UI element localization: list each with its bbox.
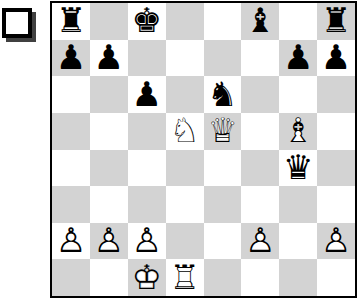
square-h8[interactable]: ♜ [317, 3, 355, 40]
piece-glyph: ♟ [131, 77, 161, 111]
square-f5[interactable] [241, 113, 279, 150]
square-h7[interactable]: ♟ [317, 40, 355, 77]
piece-glyph: ♝ [245, 4, 275, 38]
piece-white-pawn[interactable]: ♟♙ [52, 223, 90, 260]
white-to-move-indicator [2, 8, 32, 38]
square-g5[interactable]: ♝♗ [279, 113, 317, 150]
piece-black-pawn[interactable]: ♟ [52, 40, 90, 77]
square-h2[interactable]: ♟♙ [317, 223, 355, 260]
piece-glyph: ♖ [169, 260, 199, 294]
piece-black-rook[interactable]: ♜ [317, 3, 355, 40]
square-g6[interactable] [279, 76, 317, 113]
piece-black-rook[interactable]: ♜ [52, 3, 90, 40]
piece-white-pawn[interactable]: ♟♙ [90, 223, 128, 260]
square-b1[interactable] [90, 259, 128, 296]
square-d3[interactable] [166, 186, 204, 223]
piece-glyph: ♕ [207, 114, 237, 148]
square-c1[interactable]: ♚♔ [128, 259, 166, 296]
square-h5[interactable] [317, 113, 355, 150]
square-f4[interactable] [241, 150, 279, 187]
piece-glyph: ♟ [283, 40, 313, 74]
square-g2[interactable] [279, 223, 317, 260]
piece-glyph: ♙ [245, 223, 275, 257]
piece-glyph: ♙ [56, 223, 86, 257]
piece-black-pawn[interactable]: ♟ [317, 40, 355, 77]
piece-glyph: ♙ [131, 223, 161, 257]
piece-black-pawn[interactable]: ♟ [128, 76, 166, 113]
piece-glyph: ♔ [131, 260, 161, 294]
square-a8[interactable]: ♜ [52, 3, 90, 40]
square-e6[interactable]: ♞ [204, 76, 242, 113]
square-a1[interactable] [52, 259, 90, 296]
piece-glyph: ♜ [321, 4, 351, 38]
square-f2[interactable]: ♟♙ [241, 223, 279, 260]
square-a3[interactable] [52, 186, 90, 223]
square-d5[interactable]: ♞♘ [166, 113, 204, 150]
square-d7[interactable] [166, 40, 204, 77]
square-e7[interactable] [204, 40, 242, 77]
piece-black-pawn[interactable]: ♟ [279, 40, 317, 77]
square-f1[interactable] [241, 259, 279, 296]
square-g3[interactable] [279, 186, 317, 223]
piece-glyph: ♞ [207, 77, 237, 111]
square-a2[interactable]: ♟♙ [52, 223, 90, 260]
square-c4[interactable] [128, 150, 166, 187]
piece-glyph: ♘ [169, 114, 199, 148]
square-b2[interactable]: ♟♙ [90, 223, 128, 260]
square-c6[interactable]: ♟ [128, 76, 166, 113]
piece-black-pawn[interactable]: ♟ [90, 40, 128, 77]
square-e3[interactable] [204, 186, 242, 223]
piece-glyph: ♜ [56, 4, 86, 38]
square-f3[interactable] [241, 186, 279, 223]
square-g1[interactable] [279, 259, 317, 296]
piece-glyph: ♟ [56, 40, 86, 74]
piece-white-knight[interactable]: ♞♘ [166, 113, 204, 150]
square-h1[interactable] [317, 259, 355, 296]
square-g4[interactable]: ♛ [279, 150, 317, 187]
piece-glyph: ♟ [321, 40, 351, 74]
square-h6[interactable] [317, 76, 355, 113]
square-a6[interactable] [52, 76, 90, 113]
square-c3[interactable] [128, 186, 166, 223]
square-a4[interactable] [52, 150, 90, 187]
square-b8[interactable] [90, 3, 128, 40]
chess-board: ♜♚♝♜♟♟♟♟♟♞♞♘♛♕♝♗♛♟♙♟♙♟♙♟♙♟♙♚♔♜♖ [50, 1, 357, 298]
piece-black-queen[interactable]: ♛ [279, 150, 317, 187]
square-d8[interactable] [166, 3, 204, 40]
piece-glyph: ♗ [283, 114, 313, 148]
square-f6[interactable] [241, 76, 279, 113]
piece-glyph: ♙ [321, 223, 351, 257]
square-g8[interactable] [279, 3, 317, 40]
square-a5[interactable] [52, 113, 90, 150]
square-d2[interactable] [166, 223, 204, 260]
piece-black-knight[interactable]: ♞ [204, 76, 242, 113]
square-f7[interactable] [241, 40, 279, 77]
piece-glyph: ♙ [94, 223, 124, 257]
piece-white-pawn[interactable]: ♟♙ [317, 223, 355, 260]
square-e5[interactable]: ♛♕ [204, 113, 242, 150]
square-d6[interactable] [166, 76, 204, 113]
square-d4[interactable] [166, 150, 204, 187]
square-c2[interactable]: ♟♙ [128, 223, 166, 260]
piece-glyph: ♚ [131, 4, 161, 38]
square-d1[interactable]: ♜♖ [166, 259, 204, 296]
square-h4[interactable] [317, 150, 355, 187]
piece-white-rook[interactable]: ♜♖ [166, 259, 204, 296]
square-c5[interactable] [128, 113, 166, 150]
square-e8[interactable] [204, 3, 242, 40]
piece-white-bishop[interactable]: ♝♗ [279, 113, 317, 150]
piece-white-pawn[interactable]: ♟♙ [241, 223, 279, 260]
square-g7[interactable]: ♟ [279, 40, 317, 77]
square-b7[interactable]: ♟ [90, 40, 128, 77]
square-e4[interactable] [204, 150, 242, 187]
piece-black-king[interactable]: ♚ [128, 3, 166, 40]
square-c7[interactable] [128, 40, 166, 77]
piece-white-pawn[interactable]: ♟♙ [128, 223, 166, 260]
square-c8[interactable]: ♚ [128, 3, 166, 40]
square-h3[interactable] [317, 186, 355, 223]
piece-black-bishop[interactable]: ♝ [241, 3, 279, 40]
square-e1[interactable] [204, 259, 242, 296]
piece-white-king[interactable]: ♚♔ [128, 259, 166, 296]
square-a7[interactable]: ♟ [52, 40, 90, 77]
square-b4[interactable] [90, 150, 128, 187]
square-f8[interactable]: ♝ [241, 3, 279, 40]
square-e2[interactable] [204, 223, 242, 260]
piece-white-queen[interactable]: ♛♕ [204, 113, 242, 150]
piece-glyph: ♛ [283, 150, 313, 184]
piece-glyph: ♟ [94, 40, 124, 74]
square-b5[interactable] [90, 113, 128, 150]
square-b6[interactable] [90, 76, 128, 113]
square-b3[interactable] [90, 186, 128, 223]
